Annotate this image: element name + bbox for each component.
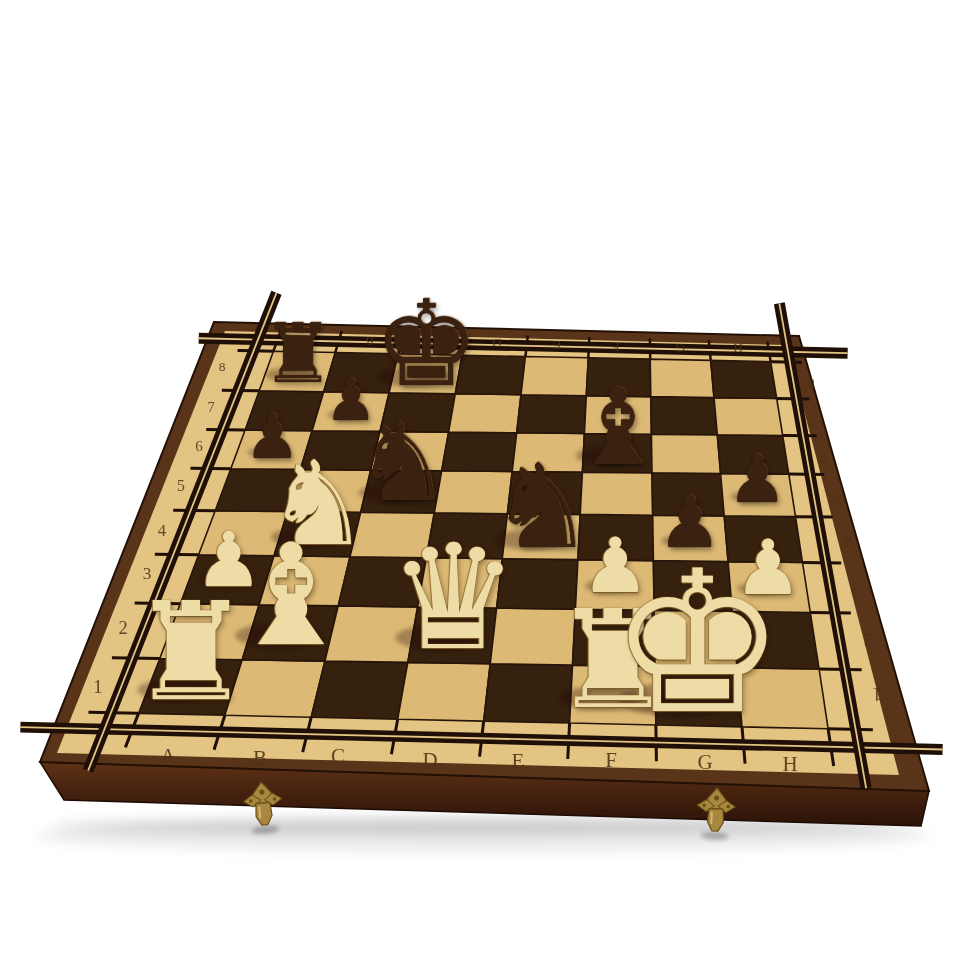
coord-label-H: H [733, 341, 743, 356]
coord-label-7: 7 [207, 399, 214, 415]
coord-label-6: 6 [195, 438, 203, 454]
coord-label-D: D [422, 748, 437, 772]
coord-label-3: 3 [850, 579, 859, 599]
coord-label-D: D [492, 336, 502, 351]
piece-white-rook-a1[interactable]: ♜ [131, 584, 252, 719]
coord-label-G: G [675, 341, 685, 356]
coord-label-2: 2 [118, 618, 127, 638]
coord-label-4: 4 [842, 532, 851, 551]
piece-white-queen-d2[interactable]: ♛ [388, 524, 518, 670]
piece-white-king-g1[interactable]: ♚ [609, 545, 785, 742]
coord-label-5: 5 [833, 488, 841, 505]
coord-label-2: 2 [863, 630, 872, 651]
coord-label-1: 1 [872, 684, 882, 706]
square-h7[interactable] [714, 398, 783, 436]
board-svg: ABCDEFGHABCDEFGH1234567812345678 [0, 0, 953, 953]
chessboard-photo: ABCDEFGHABCDEFGH1234567812345678 ♜♚♟♟♝♞♟… [0, 0, 953, 953]
coord-label-C: C [331, 744, 345, 768]
coord-label-6: 6 [819, 449, 827, 466]
coord-label-7: 7 [809, 412, 816, 428]
coord-label-F: F [612, 340, 620, 355]
coord-label-E: E [553, 338, 561, 353]
coord-label-E: E [512, 749, 525, 773]
coord-label-8: 8 [807, 376, 814, 391]
coord-label-8: 8 [219, 359, 226, 374]
coord-label-5: 5 [177, 477, 185, 494]
piece-black-rook-a8[interactable]: ♜ [261, 312, 334, 394]
square-h8[interactable] [711, 360, 777, 398]
coord-label-B: B [253, 746, 267, 770]
coord-label-4: 4 [158, 521, 167, 540]
coord-label-A: A [160, 744, 176, 768]
piece-black-king-c8[interactable]: ♚ [373, 285, 479, 404]
piece-black-pawn-h5[interactable]: ♟ [727, 447, 786, 513]
coord-label-1: 1 [93, 676, 103, 697]
